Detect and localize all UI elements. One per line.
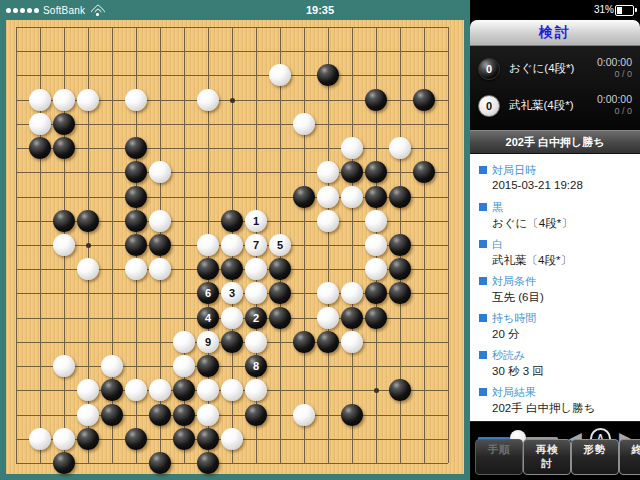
white-captures-stone-icon: 0 [478, 95, 500, 117]
white-stone-8-16[interactable] [197, 404, 219, 426]
white-stone-7-14[interactable] [173, 355, 195, 377]
button-形勢[interactable]: 形勢 [571, 439, 619, 475]
white-stone-9-15[interactable] [221, 379, 243, 401]
black-stone-17-3[interactable] [413, 89, 435, 111]
black-stone-8-11[interactable]: 6 [197, 282, 219, 304]
white-stone-8-9[interactable] [197, 234, 219, 256]
white-stone-3-15[interactable] [77, 379, 99, 401]
white-stone-6-15[interactable] [149, 379, 171, 401]
button-終了[interactable]: 終了 [619, 439, 640, 475]
white-stone-8-3[interactable] [197, 89, 219, 111]
black-stone-5-17[interactable] [125, 428, 147, 450]
white-stone-14-11[interactable] [341, 282, 363, 304]
white-stone-13-12[interactable] [317, 307, 339, 329]
star-point [374, 388, 379, 393]
black-stone-7-15[interactable] [173, 379, 195, 401]
black-stone-2-18[interactable] [53, 452, 75, 474]
info-value: 武礼葉〔4段*〕 [479, 253, 631, 271]
white-stone-6-6[interactable] [149, 161, 171, 183]
white-stone-12-16[interactable] [293, 404, 315, 426]
grid-line-horizontal [16, 463, 448, 464]
signal-dot [13, 8, 18, 13]
black-stone-4-15[interactable] [101, 379, 123, 401]
player-clock: 0:00:00 [597, 56, 632, 69]
info-item: 対局条件互先 (6目) [479, 272, 631, 308]
white-stone-5-15[interactable] [125, 379, 147, 401]
black-stone-8-10[interactable] [197, 258, 219, 280]
info-label: 対局結果 [479, 383, 631, 401]
black-stone-16-10[interactable] [389, 258, 411, 280]
black-stone-15-6[interactable] [365, 161, 387, 183]
signal-dot [27, 8, 32, 13]
signal-strength-icon [6, 8, 39, 13]
info-item: 対局結果202手 白中押し勝ち [479, 383, 631, 419]
white-stone-8-15[interactable] [197, 379, 219, 401]
info-value: 20 分 [479, 327, 631, 345]
game-info-list: 対局日時2015-03-21 19:28黒おぐに〔4段*〕白武礼葉〔4段*〕対局… [470, 154, 640, 421]
black-stone-15-12[interactable] [365, 307, 387, 329]
carrier-label: SoftBank [43, 5, 85, 16]
info-label: 白 [479, 235, 631, 253]
status-bar: SoftBank 19:35 [0, 0, 470, 20]
info-item: 対局日時2015-03-21 19:28 [479, 161, 631, 197]
info-label: 持ち時間 [479, 309, 631, 327]
white-stone-9-11[interactable]: 3 [221, 282, 243, 304]
black-stone-7-16[interactable] [173, 404, 195, 426]
info-item: 秒読み30 秒 3 回 [479, 346, 631, 382]
star-point [230, 98, 235, 103]
black-stone-2-4[interactable] [53, 113, 75, 135]
player-periods: 0 / 0 [597, 69, 632, 80]
info-value: 30 秒 3 回 [479, 364, 631, 382]
white-stone-4-14[interactable] [101, 355, 123, 377]
black-stone-7-17[interactable] [173, 428, 195, 450]
black-stone-9-10[interactable] [221, 258, 243, 280]
white-stone-14-7[interactable] [341, 186, 363, 208]
info-value: 2015-03-21 19:28 [479, 179, 631, 197]
black-stone-5-5[interactable] [125, 137, 147, 159]
bullet-square-icon [479, 314, 487, 322]
white-stone-2-17[interactable] [53, 428, 75, 450]
grid-line-vertical [304, 27, 305, 463]
black-stone-3-17[interactable] [77, 428, 99, 450]
black-stone-6-18[interactable] [149, 452, 171, 474]
white-stone-2-3[interactable] [53, 89, 75, 111]
white-stone-9-17[interactable] [221, 428, 243, 450]
black-stone-5-7[interactable] [125, 186, 147, 208]
white-stone-10-9[interactable]: 7 [245, 234, 267, 256]
result-header: 202手 白中押し勝ち [470, 130, 640, 154]
bullet-square-icon [479, 203, 487, 211]
white-stone-15-9[interactable] [365, 234, 387, 256]
board-frame: SoftBank 19:35 175634298 [0, 0, 470, 480]
white-stone-7-13[interactable] [173, 331, 195, 353]
black-stone-16-9[interactable] [389, 234, 411, 256]
white-stone-5-3[interactable] [125, 89, 147, 111]
players-section: 0おぐに(4段*)0:00:000 / 00武礼葉(4段*)0:00:000 /… [470, 46, 640, 130]
black-stone-13-13[interactable] [317, 331, 339, 353]
black-stone-9-13[interactable] [221, 331, 243, 353]
black-stone-15-11[interactable] [365, 282, 387, 304]
black-stone-8-14[interactable] [197, 355, 219, 377]
signal-dot [34, 8, 39, 13]
button-手順[interactable]: 手順 [475, 439, 523, 475]
black-stone-12-13[interactable] [293, 331, 315, 353]
black-stone-16-7[interactable] [389, 186, 411, 208]
white-stone-10-10[interactable] [245, 258, 267, 280]
white-stone-2-14[interactable] [53, 355, 75, 377]
bullet-square-icon [479, 277, 487, 285]
clock-label: 19:35 [306, 0, 334, 20]
black-stone-12-7[interactable] [293, 186, 315, 208]
black-stone-17-6[interactable] [413, 161, 435, 183]
black-stone-15-3[interactable] [365, 89, 387, 111]
grid-line-vertical [352, 27, 353, 463]
black-stone-5-9[interactable] [125, 234, 147, 256]
white-stone-13-11[interactable] [317, 282, 339, 304]
white-stone-3-16[interactable] [77, 404, 99, 426]
white-stone-16-5[interactable] [389, 137, 411, 159]
black-stone-2-5[interactable] [53, 137, 75, 159]
grid-line-vertical [328, 27, 329, 463]
black-stone-5-6[interactable] [125, 161, 147, 183]
white-stone-11-2[interactable] [269, 64, 291, 86]
black-stone-9-8[interactable] [221, 210, 243, 232]
bullet-square-icon [479, 166, 487, 174]
info-item: 白武礼葉〔4段*〕 [479, 235, 631, 271]
white-stone-15-10[interactable] [365, 258, 387, 280]
star-point [86, 243, 91, 248]
white-stone-6-8[interactable] [149, 210, 171, 232]
white-stone-14-5[interactable] [341, 137, 363, 159]
action-buttons-row: 手順再検討形勢終了 [470, 439, 640, 475]
black-stone-14-16[interactable] [341, 404, 363, 426]
white-stone-3-3[interactable] [77, 89, 99, 111]
white-stone-11-9[interactable]: 5 [269, 234, 291, 256]
black-stone-10-16[interactable] [245, 404, 267, 426]
black-stone-16-15[interactable] [389, 379, 411, 401]
player-periods: 0 / 0 [597, 106, 632, 117]
black-stone-6-16[interactable] [149, 404, 171, 426]
white-stone-5-10[interactable] [125, 258, 147, 280]
white-stone-1-17[interactable] [29, 428, 51, 450]
info-item: 黒おぐに〔4段*〕 [479, 198, 631, 234]
battery-icon [615, 5, 634, 16]
white-stone-8-13[interactable]: 9 [197, 331, 219, 353]
black-stone-11-11[interactable] [269, 282, 291, 304]
white-stone-9-9[interactable] [221, 234, 243, 256]
side-panel: 31% 検討 0おぐに(4段*)0:00:000 / 00武礼葉(4段*)0:0… [470, 0, 640, 480]
black-stone-8-18[interactable] [197, 452, 219, 474]
black-stone-4-16[interactable] [101, 404, 123, 426]
white-stone-6-10[interactable] [149, 258, 171, 280]
info-item: 持ち時間20 分 [479, 309, 631, 345]
status-left: SoftBank [6, 0, 104, 20]
white-stone-10-13[interactable] [245, 331, 267, 353]
playback-controls: ◀ A ▶ 手順再検討形勢終了 [470, 421, 640, 480]
signal-dot [6, 8, 11, 13]
white-stone-1-3[interactable] [29, 89, 51, 111]
player-row-white[interactable]: 0武礼葉(4段*)0:00:000 / 0 [478, 87, 632, 124]
review-mode-title: 検討 [470, 20, 640, 46]
white-stone-10-11[interactable] [245, 282, 267, 304]
white-stone-3-10[interactable] [77, 258, 99, 280]
black-stone-3-8[interactable] [77, 210, 99, 232]
info-label: 秒読み [479, 346, 631, 364]
bullet-square-icon [479, 388, 487, 396]
info-value: 202手 白中押し勝ち [479, 401, 631, 419]
player-clock: 0:00:00 [597, 93, 632, 106]
bullet-square-icon [479, 351, 487, 359]
black-stone-10-12[interactable]: 2 [245, 307, 267, 329]
black-captures-stone-icon: 0 [478, 58, 500, 80]
go-board[interactable]: 175634298 [6, 20, 464, 474]
grid-line-vertical [448, 27, 449, 463]
black-stone-15-7[interactable] [365, 186, 387, 208]
white-stone-10-15[interactable] [245, 379, 267, 401]
panel-status-bar: 31% [470, 0, 640, 20]
white-stone-13-7[interactable] [317, 186, 339, 208]
white-stone-13-8[interactable] [317, 210, 339, 232]
white-stone-13-6[interactable] [317, 161, 339, 183]
black-stone-8-12[interactable]: 4 [197, 307, 219, 329]
white-stone-9-12[interactable] [221, 307, 243, 329]
white-stone-15-8[interactable] [365, 210, 387, 232]
black-stone-10-14[interactable]: 8 [245, 355, 267, 377]
white-stone-10-8[interactable]: 1 [245, 210, 267, 232]
black-stone-13-2[interactable] [317, 64, 339, 86]
black-stone-5-8[interactable] [125, 210, 147, 232]
black-stone-14-6[interactable] [341, 161, 363, 183]
white-stone-14-13[interactable] [341, 331, 363, 353]
player-name: おぐに(4段*) [509, 61, 597, 76]
black-stone-1-5[interactable] [29, 137, 51, 159]
wifi-icon [91, 5, 104, 15]
info-label: 対局日時 [479, 161, 631, 179]
grid-line-horizontal [16, 366, 448, 367]
black-stone-2-8[interactable] [53, 210, 75, 232]
battery-percent-label: 31% [594, 4, 614, 15]
info-value: おぐに〔4段*〕 [479, 216, 631, 234]
black-stone-6-9[interactable] [149, 234, 171, 256]
black-stone-14-12[interactable] [341, 307, 363, 329]
black-stone-8-17[interactable] [197, 428, 219, 450]
player-row-black[interactable]: 0おぐに(4段*)0:00:000 / 0 [478, 50, 632, 87]
white-stone-12-4[interactable] [293, 113, 315, 135]
bullet-square-icon [479, 240, 487, 248]
info-label: 対局条件 [479, 272, 631, 290]
info-label: 黒 [479, 198, 631, 216]
signal-dot [20, 8, 25, 13]
white-stone-1-4[interactable] [29, 113, 51, 135]
white-stone-2-9[interactable] [53, 234, 75, 256]
black-stone-11-10[interactable] [269, 258, 291, 280]
info-value: 互先 (6目) [479, 290, 631, 308]
black-stone-11-12[interactable] [269, 307, 291, 329]
player-name: 武礼葉(4段*) [509, 98, 597, 113]
button-再検討[interactable]: 再検討 [523, 439, 571, 475]
black-stone-16-11[interactable] [389, 282, 411, 304]
app-screen: SoftBank 19:35 175634298 31% 検討 0おぐに(4段*… [0, 0, 640, 480]
